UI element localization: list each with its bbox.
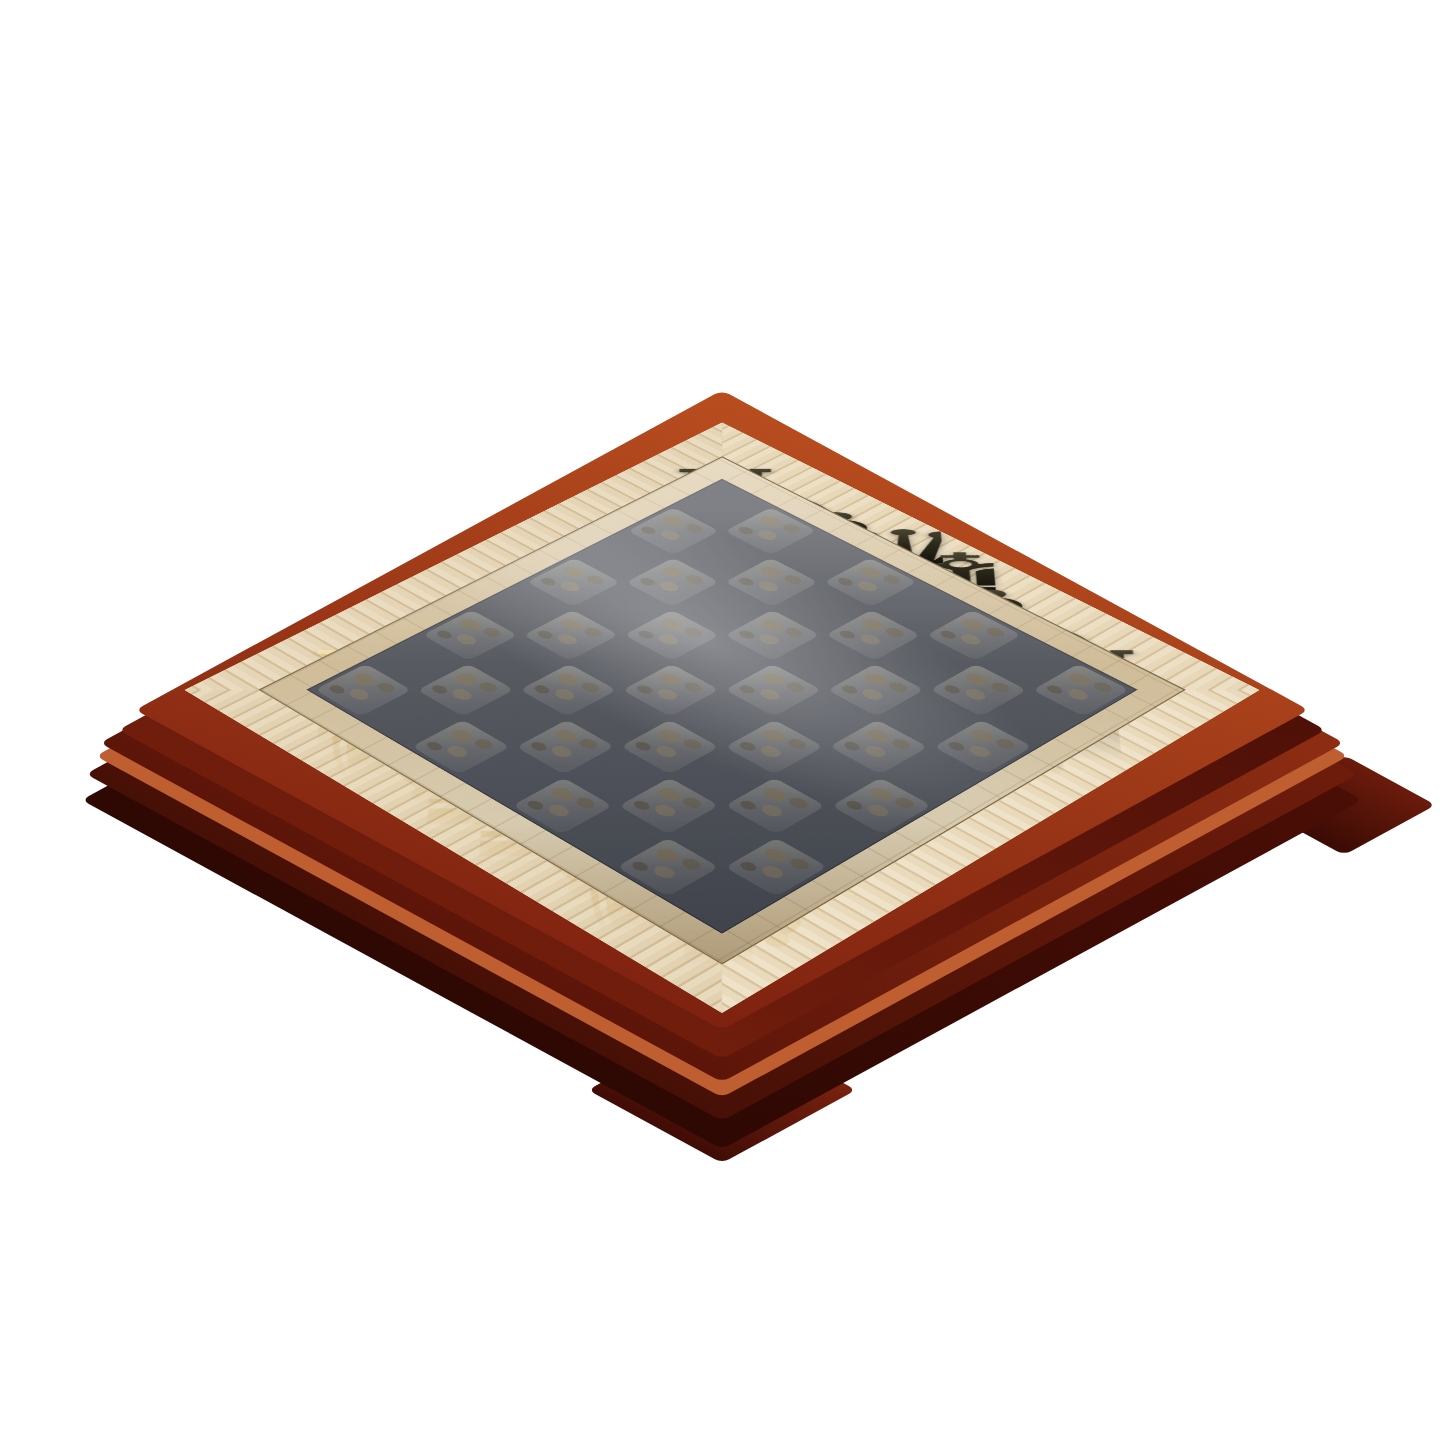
chess-board: 88AA77BB66CC55DD44EE33FF22GG11HH ♜♜♞♞♝♝♛…: [185, 422, 1260, 1012]
perspective-stage: 88AA77BB66CC55DD44EE33FF22GG11HH ♜♜♞♞♝♝♛…: [0, 0, 1445, 1445]
pieces-layer: ♜♜♞♞♝♝♛♛♚♚♝♝♞♞♜♜♟♟♟♟♟♟♟♟♟♟♟♟♟♟♟♟♟♟♟♟♟♟♟♟…: [722, 422, 1259, 690]
amber-chess-set-photo: 88AA77BB66CC55DD44EE33FF22GG11HH ♜♜♞♞♝♝♛…: [0, 0, 1445, 1445]
